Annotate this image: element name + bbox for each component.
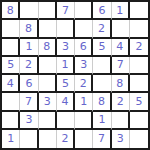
given-digit-r8c4[interactable]: 2: [57, 130, 75, 148]
given-digit-r6c4[interactable]: 4: [57, 93, 75, 111]
given-digit-r1c1[interactable]: 8: [2, 2, 20, 20]
cell-r5c6[interactable]: [93, 75, 111, 93]
given-digit-r4c2[interactable]: 2: [20, 57, 38, 75]
cell-r7c4[interactable]: [57, 112, 75, 130]
cell-r4c8[interactable]: [130, 57, 148, 75]
cell-r7c5[interactable]: [75, 112, 93, 130]
given-digit-r3c2[interactable]: 1: [20, 39, 38, 57]
cell-r7c7[interactable]: [112, 112, 130, 130]
given-digit-r1c7[interactable]: 1: [112, 2, 130, 20]
given-digit-r3c5[interactable]: 6: [75, 39, 93, 57]
cell-r2c1[interactable]: [2, 20, 20, 38]
cell-r1c8[interactable]: [130, 2, 148, 20]
cell-r2c7[interactable]: [112, 20, 130, 38]
given-digit-r1c4[interactable]: 7: [57, 2, 75, 20]
cell-r8c5[interactable]: [75, 130, 93, 148]
cell-r8c8[interactable]: [130, 130, 148, 148]
sudoku-board: 876182183654252137465287341825311273: [0, 0, 150, 150]
given-digit-r3c6[interactable]: 5: [93, 39, 111, 57]
given-digit-r5c2[interactable]: 6: [20, 75, 38, 93]
cell-r2c4[interactable]: [57, 20, 75, 38]
given-digit-r4c7[interactable]: 7: [112, 57, 130, 75]
cell-r5c8[interactable]: [130, 75, 148, 93]
given-digit-r4c5[interactable]: 3: [75, 57, 93, 75]
cell-r5c3[interactable]: [39, 75, 57, 93]
given-digit-r7c2[interactable]: 3: [20, 112, 38, 130]
given-digit-r2c6[interactable]: 2: [93, 20, 111, 38]
given-digit-r1c6[interactable]: 6: [93, 2, 111, 20]
cell-r8c2[interactable]: [20, 130, 38, 148]
cell-r3c1[interactable]: [2, 39, 20, 57]
cell-r2c5[interactable]: [75, 20, 93, 38]
given-digit-r7c6[interactable]: 1: [93, 112, 111, 130]
cell-r7c8[interactable]: [130, 112, 148, 130]
given-digit-r6c8[interactable]: 5: [130, 93, 148, 111]
given-digit-r4c1[interactable]: 5: [2, 57, 20, 75]
cell-r4c3[interactable]: [39, 57, 57, 75]
cell-r2c8[interactable]: [130, 20, 148, 38]
cell-r1c3[interactable]: [39, 2, 57, 20]
cell-r2c3[interactable]: [39, 20, 57, 38]
given-digit-r5c4[interactable]: 5: [57, 75, 75, 93]
given-digit-r3c3[interactable]: 8: [39, 39, 57, 57]
given-digit-r6c3[interactable]: 3: [39, 93, 57, 111]
given-digit-r3c4[interactable]: 3: [57, 39, 75, 57]
given-digit-r3c8[interactable]: 2: [130, 39, 148, 57]
given-digit-r3c7[interactable]: 4: [112, 39, 130, 57]
given-digit-r4c4[interactable]: 1: [57, 57, 75, 75]
given-digit-r6c5[interactable]: 1: [75, 93, 93, 111]
cell-r7c3[interactable]: [39, 112, 57, 130]
cell-r1c5[interactable]: [75, 2, 93, 20]
given-digit-r8c1[interactable]: 1: [2, 130, 20, 148]
given-digit-r6c6[interactable]: 8: [93, 93, 111, 111]
given-digit-r5c7[interactable]: 8: [112, 75, 130, 93]
given-digit-r2c2[interactable]: 8: [20, 20, 38, 38]
given-digit-r5c5[interactable]: 2: [75, 75, 93, 93]
cell-r6c1[interactable]: [2, 93, 20, 111]
cell-r7c1[interactable]: [2, 112, 20, 130]
given-digit-r6c7[interactable]: 2: [112, 93, 130, 111]
cell-r1c2[interactable]: [20, 2, 38, 20]
given-digit-r6c2[interactable]: 7: [20, 93, 38, 111]
cell-r4c6[interactable]: [93, 57, 111, 75]
given-digit-r5c1[interactable]: 4: [2, 75, 20, 93]
given-digit-r8c6[interactable]: 7: [93, 130, 111, 148]
cell-r8c3[interactable]: [39, 130, 57, 148]
given-digit-r8c7[interactable]: 3: [112, 130, 130, 148]
